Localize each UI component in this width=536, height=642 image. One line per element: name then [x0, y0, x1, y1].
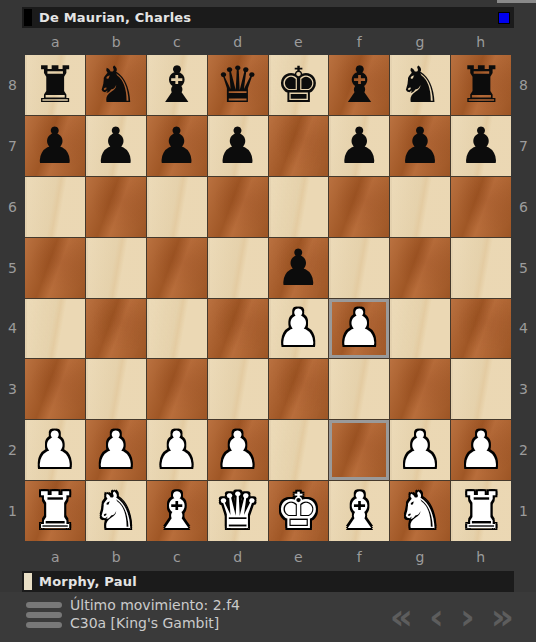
- square-c2[interactable]: ♟: [147, 420, 207, 480]
- square-c6[interactable]: [147, 177, 207, 237]
- white-bishop-f1[interactable]: ♝: [337, 481, 382, 541]
- square-a5[interactable]: [25, 238, 85, 298]
- rank-label-1: 1: [511, 503, 536, 519]
- square-b5[interactable]: [86, 238, 146, 298]
- black-rook-h8[interactable]: ♜: [459, 55, 504, 115]
- black-pawn-a7[interactable]: ♟: [33, 116, 78, 176]
- black-knight-g8[interactable]: ♞: [398, 55, 443, 115]
- square-f6[interactable]: [329, 177, 389, 237]
- rank-label-8: 8: [511, 77, 536, 93]
- rank-label-5: 5: [0, 260, 25, 276]
- square-e1[interactable]: ♚: [269, 481, 329, 541]
- rank-labels-left: 87654321: [0, 55, 25, 541]
- square-a7[interactable]: ♟: [25, 116, 85, 176]
- square-g7[interactable]: ♟: [390, 116, 450, 176]
- chess-board[interactable]: ♜♞♝♛♚♝♞♜♟♟♟♟♟♟♟♟♟♟♟♟♟♟♟♟♜♞♝♛♚♝♞♜: [25, 55, 511, 541]
- square-c4[interactable]: [147, 299, 207, 359]
- status-panel: Último movimiento: 2.f4 C30a [King's Gam…: [0, 592, 536, 642]
- rank-label-6: 6: [0, 199, 25, 215]
- square-d5[interactable]: [208, 238, 268, 298]
- square-h5[interactable]: [451, 238, 511, 298]
- square-d2[interactable]: ♟: [208, 420, 268, 480]
- square-f1[interactable]: ♝: [329, 481, 389, 541]
- square-g4[interactable]: [390, 299, 450, 359]
- square-d7[interactable]: ♟: [208, 116, 268, 176]
- square-g5[interactable]: [390, 238, 450, 298]
- square-h2[interactable]: ♟: [451, 420, 511, 480]
- white-pawn-c2[interactable]: ♟: [154, 420, 199, 480]
- square-d1[interactable]: ♛: [208, 481, 268, 541]
- square-f5[interactable]: [329, 238, 389, 298]
- square-e7[interactable]: [269, 116, 329, 176]
- rank-label-6: 6: [511, 199, 536, 215]
- file-label-g: g: [390, 549, 451, 565]
- black-bishop-f8[interactable]: ♝: [337, 55, 382, 115]
- square-g8[interactable]: ♞: [390, 55, 450, 115]
- file-label-e: e: [268, 549, 329, 565]
- rank-label-2: 2: [0, 442, 25, 458]
- white-pawn-b2[interactable]: ♟: [93, 420, 138, 480]
- square-a2[interactable]: ♟: [25, 420, 85, 480]
- rank-label-4: 4: [511, 320, 536, 336]
- rank-label-7: 7: [511, 138, 536, 154]
- white-pawn-g2[interactable]: ♟: [398, 420, 443, 480]
- file-label-d: d: [207, 34, 268, 50]
- scrollbar-fragment: [497, 0, 536, 3]
- black-pawn-c7[interactable]: ♟: [154, 116, 199, 176]
- rank-label-3: 3: [0, 381, 25, 397]
- square-c5[interactable]: [147, 238, 207, 298]
- white-pawn-e4[interactable]: ♟: [276, 299, 321, 359]
- file-label-h: h: [450, 549, 511, 565]
- white-pawn-a2[interactable]: ♟: [33, 420, 78, 480]
- white-color-swatch: [24, 573, 32, 590]
- square-b7[interactable]: ♟: [86, 116, 146, 176]
- square-e6[interactable]: [269, 177, 329, 237]
- square-f4[interactable]: ♟: [329, 299, 389, 359]
- bottom-player-bar: Morphy, Paul: [22, 571, 514, 592]
- file-label-g: g: [390, 34, 451, 50]
- white-knight-b1[interactable]: ♞: [93, 481, 138, 541]
- square-d4[interactable]: [208, 299, 268, 359]
- last-move-button[interactable]: »: [491, 599, 514, 635]
- square-h4[interactable]: [451, 299, 511, 359]
- bottom-player-name: Morphy, Paul: [39, 574, 514, 589]
- square-h1[interactable]: ♜: [451, 481, 511, 541]
- square-h7[interactable]: ♟: [451, 116, 511, 176]
- white-rook-h1[interactable]: ♜: [459, 481, 504, 541]
- blue-square-indicator: [498, 12, 510, 24]
- black-pawn-f7[interactable]: ♟: [337, 116, 382, 176]
- square-b3[interactable]: [86, 359, 146, 419]
- file-labels-bottom: abcdefgh: [25, 545, 511, 569]
- square-a6[interactable]: [25, 177, 85, 237]
- white-pawn-d2[interactable]: ♟: [215, 420, 260, 480]
- white-king-e1[interactable]: ♚: [276, 481, 321, 541]
- square-b1[interactable]: ♞: [86, 481, 146, 541]
- square-e4[interactable]: ♟: [269, 299, 329, 359]
- white-pawn-h2[interactable]: ♟: [459, 420, 504, 480]
- black-knight-b8[interactable]: ♞: [93, 55, 138, 115]
- square-c7[interactable]: ♟: [147, 116, 207, 176]
- rank-label-4: 4: [0, 320, 25, 336]
- square-a1[interactable]: ♜: [25, 481, 85, 541]
- square-f2[interactable]: [329, 420, 389, 480]
- square-e2[interactable]: [269, 420, 329, 480]
- square-g6[interactable]: [390, 177, 450, 237]
- file-label-b: b: [86, 34, 147, 50]
- move-info: Último movimiento: 2.f4 C30a [King's Gam…: [70, 596, 240, 632]
- square-f8[interactable]: ♝: [329, 55, 389, 115]
- square-h3[interactable]: [451, 359, 511, 419]
- last-move-text: Último movimiento: 2.f4: [70, 596, 240, 614]
- top-player-bar: De Maurian, Charles: [22, 7, 514, 28]
- square-b6[interactable]: [86, 177, 146, 237]
- top-player-name: De Maurian, Charles: [39, 10, 498, 25]
- file-labels-top: abcdefgh: [25, 30, 511, 54]
- black-color-swatch: [24, 9, 32, 26]
- rank-labels-right: 87654321: [511, 55, 536, 541]
- square-e8[interactable]: ♚: [269, 55, 329, 115]
- square-h6[interactable]: [451, 177, 511, 237]
- square-d3[interactable]: [208, 359, 268, 419]
- rank-label-3: 3: [511, 381, 536, 397]
- square-d6[interactable]: [208, 177, 268, 237]
- black-king-e8[interactable]: ♚: [276, 55, 321, 115]
- square-a4[interactable]: [25, 299, 85, 359]
- file-label-c: c: [147, 549, 208, 565]
- hamburger-menu-icon[interactable]: [26, 602, 62, 628]
- square-d8[interactable]: ♛: [208, 55, 268, 115]
- white-bishop-c1[interactable]: ♝: [154, 481, 199, 541]
- rank-label-5: 5: [511, 260, 536, 276]
- square-g3[interactable]: [390, 359, 450, 419]
- rank-label-7: 7: [0, 138, 25, 154]
- black-rook-a8[interactable]: ♜: [33, 55, 78, 115]
- opening-text: C30a [King's Gambit]: [70, 614, 240, 632]
- square-f3[interactable]: [329, 359, 389, 419]
- square-g1[interactable]: ♞: [390, 481, 450, 541]
- square-g2[interactable]: ♟: [390, 420, 450, 480]
- black-pawn-b7[interactable]: ♟: [93, 116, 138, 176]
- white-queen-d1[interactable]: ♛: [215, 481, 260, 541]
- black-pawn-e5[interactable]: ♟: [276, 238, 321, 298]
- previous-move-button[interactable]: ‹: [429, 599, 444, 635]
- file-label-b: b: [86, 549, 147, 565]
- chess-app-window: De Maurian, Charles abcdefgh 87654321 ♜♞…: [0, 0, 536, 642]
- move-navigation: « ‹ › »: [390, 592, 514, 642]
- square-e5[interactable]: ♟: [269, 238, 329, 298]
- square-b2[interactable]: ♟: [86, 420, 146, 480]
- black-pawn-g7[interactable]: ♟: [398, 116, 443, 176]
- square-b4[interactable]: [86, 299, 146, 359]
- file-label-h: h: [450, 34, 511, 50]
- file-label-a: a: [25, 34, 86, 50]
- first-move-button[interactable]: «: [390, 599, 413, 635]
- square-c3[interactable]: [147, 359, 207, 419]
- file-label-d: d: [207, 549, 268, 565]
- rank-label-2: 2: [511, 442, 536, 458]
- file-label-f: f: [329, 34, 390, 50]
- file-label-a: a: [25, 549, 86, 565]
- white-rook-a1[interactable]: ♜: [33, 481, 78, 541]
- square-f7[interactable]: ♟: [329, 116, 389, 176]
- white-knight-g1[interactable]: ♞: [398, 481, 443, 541]
- rank-label-8: 8: [0, 77, 25, 93]
- square-c8[interactable]: ♝: [147, 55, 207, 115]
- black-pawn-d7[interactable]: ♟: [215, 116, 260, 176]
- next-move-button[interactable]: ›: [460, 599, 475, 635]
- square-b8[interactable]: ♞: [86, 55, 146, 115]
- file-label-c: c: [147, 34, 208, 50]
- white-pawn-f4[interactable]: ♟: [337, 299, 382, 359]
- black-bishop-c8[interactable]: ♝: [154, 55, 199, 115]
- black-queen-d8[interactable]: ♛: [215, 55, 260, 115]
- square-h8[interactable]: ♜: [451, 55, 511, 115]
- square-c1[interactable]: ♝: [147, 481, 207, 541]
- rank-label-1: 1: [0, 503, 25, 519]
- square-a3[interactable]: [25, 359, 85, 419]
- file-label-e: e: [268, 34, 329, 50]
- file-label-f: f: [329, 549, 390, 565]
- black-pawn-h7[interactable]: ♟: [459, 116, 504, 176]
- square-e3[interactable]: [269, 359, 329, 419]
- square-a8[interactable]: ♜: [25, 55, 85, 115]
